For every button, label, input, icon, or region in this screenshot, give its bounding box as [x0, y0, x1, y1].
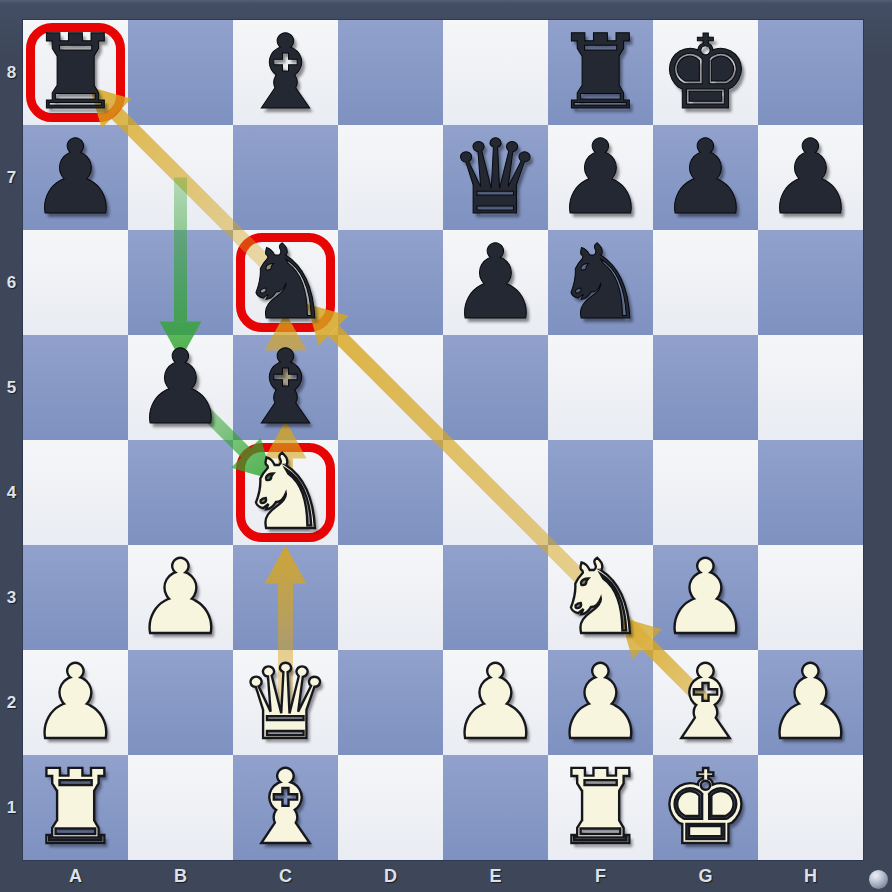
square-e1[interactable]: [443, 755, 548, 860]
square-d8[interactable]: [338, 20, 443, 125]
file-label-H: H: [758, 860, 863, 892]
rank-label-8: 8: [0, 20, 23, 125]
rank-label-3: 3: [0, 545, 23, 650]
square-e3[interactable]: [443, 545, 548, 650]
rank-label-7: 7: [0, 125, 23, 230]
file-label-F: F: [548, 860, 653, 892]
white-knight-f3[interactable]: ♞: [548, 545, 653, 650]
black-pawn-a7[interactable]: ♟: [23, 125, 128, 230]
square-a4[interactable]: [23, 440, 128, 545]
square-b2[interactable]: [128, 650, 233, 755]
square-a3[interactable]: [23, 545, 128, 650]
square-c7[interactable]: [233, 125, 338, 230]
chess-board: ♜♝♜♚♟♛♟♟♟♞♟♞♟♝♞♟♞♟♟♛♟♟♝♟♜♝♜♚: [23, 20, 863, 860]
board-frame: ♜♝♜♚♟♛♟♟♟♞♟♞♟♝♞♟♞♟♟♛♟♟♝♟♜♝♜♚ 87654321 AB…: [0, 0, 892, 892]
square-e4[interactable]: [443, 440, 548, 545]
square-a6[interactable]: [23, 230, 128, 335]
square-g5[interactable]: [653, 335, 758, 440]
rank-label-6: 6: [0, 230, 23, 335]
square-d7[interactable]: [338, 125, 443, 230]
square-h6[interactable]: [758, 230, 863, 335]
white-bishop-g2[interactable]: ♝: [653, 650, 758, 755]
square-h4[interactable]: [758, 440, 863, 545]
rank-label-2: 2: [0, 650, 23, 755]
white-rook-f1[interactable]: ♜: [548, 755, 653, 860]
square-b7[interactable]: [128, 125, 233, 230]
black-rook-a8[interactable]: ♜: [23, 20, 128, 125]
square-d1[interactable]: [338, 755, 443, 860]
black-pawn-e6[interactable]: ♟: [443, 230, 548, 335]
file-label-B: B: [128, 860, 233, 892]
square-a5[interactable]: [23, 335, 128, 440]
white-rook-a1[interactable]: ♜: [23, 755, 128, 860]
rank-label-5: 5: [0, 335, 23, 440]
white-pawn-g3[interactable]: ♟: [653, 545, 758, 650]
square-b8[interactable]: [128, 20, 233, 125]
resize-ball[interactable]: [869, 870, 888, 889]
square-h5[interactable]: [758, 335, 863, 440]
white-king-g1[interactable]: ♚: [653, 755, 758, 860]
square-h3[interactable]: [758, 545, 863, 650]
black-pawn-g7[interactable]: ♟: [653, 125, 758, 230]
black-pawn-f7[interactable]: ♟: [548, 125, 653, 230]
rank-label-4: 4: [0, 440, 23, 545]
square-d6[interactable]: [338, 230, 443, 335]
black-bishop-c8[interactable]: ♝: [233, 20, 338, 125]
square-c3[interactable]: [233, 545, 338, 650]
square-d5[interactable]: [338, 335, 443, 440]
white-knight-c4[interactable]: ♞: [233, 440, 338, 545]
file-label-E: E: [443, 860, 548, 892]
square-f5[interactable]: [548, 335, 653, 440]
square-b4[interactable]: [128, 440, 233, 545]
square-d2[interactable]: [338, 650, 443, 755]
black-rook-f8[interactable]: ♜: [548, 20, 653, 125]
white-pawn-a2[interactable]: ♟: [23, 650, 128, 755]
file-label-A: A: [23, 860, 128, 892]
black-queen-e7[interactable]: ♛: [443, 125, 548, 230]
square-g6[interactable]: [653, 230, 758, 335]
file-label-C: C: [233, 860, 338, 892]
file-label-D: D: [338, 860, 443, 892]
white-pawn-h2[interactable]: ♟: [758, 650, 863, 755]
white-bishop-c1[interactable]: ♝: [233, 755, 338, 860]
black-king-g8[interactable]: ♚: [653, 20, 758, 125]
black-bishop-c5[interactable]: ♝: [233, 335, 338, 440]
square-d3[interactable]: [338, 545, 443, 650]
black-knight-f6[interactable]: ♞: [548, 230, 653, 335]
white-pawn-e2[interactable]: ♟: [443, 650, 548, 755]
black-pawn-b5[interactable]: ♟: [128, 335, 233, 440]
white-pawn-b3[interactable]: ♟: [128, 545, 233, 650]
square-b1[interactable]: [128, 755, 233, 860]
black-pawn-h7[interactable]: ♟: [758, 125, 863, 230]
square-h8[interactable]: [758, 20, 863, 125]
black-knight-c6[interactable]: ♞: [233, 230, 338, 335]
square-e5[interactable]: [443, 335, 548, 440]
square-h1[interactable]: [758, 755, 863, 860]
square-g4[interactable]: [653, 440, 758, 545]
rank-label-1: 1: [0, 755, 23, 860]
square-f4[interactable]: [548, 440, 653, 545]
white-pawn-f2[interactable]: ♟: [548, 650, 653, 755]
square-e8[interactable]: [443, 20, 548, 125]
file-label-G: G: [653, 860, 758, 892]
white-queen-c2[interactable]: ♛: [233, 650, 338, 755]
square-d4[interactable]: [338, 440, 443, 545]
square-b6[interactable]: [128, 230, 233, 335]
